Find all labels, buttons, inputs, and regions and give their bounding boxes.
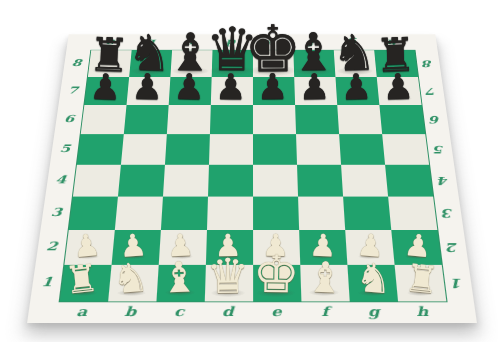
piece-white-knight-b1[interactable]: ♞ — [109, 258, 152, 301]
chess-set-photo: abcdefgh abcdefgh 87654321 87654321 ♜♞♝♛… — [0, 0, 498, 342]
piece-black-pawn-d7[interactable]: ♟ — [213, 68, 249, 104]
piece-black-pawn-f7[interactable]: ♟ — [297, 68, 333, 104]
piece-white-knight-g1[interactable]: ♞ — [352, 258, 395, 301]
piece-black-pawn-a7[interactable]: ♟ — [87, 68, 124, 105]
piece-white-bishop-f1[interactable]: ♝ — [303, 257, 347, 301]
piece-white-queen-d1[interactable]: ♛ — [203, 252, 252, 301]
piece-black-pawn-h7[interactable]: ♟ — [380, 68, 417, 105]
piece-black-pawn-c7[interactable]: ♟ — [171, 68, 207, 104]
piece-black-pawn-b7[interactable]: ♟ — [129, 68, 165, 104]
piece-black-pawn-g7[interactable]: ♟ — [338, 68, 374, 104]
piece-white-rook-a1[interactable]: ♜ — [61, 259, 102, 300]
piece-black-pawn-e7[interactable]: ♟ — [255, 68, 291, 104]
piece-white-bishop-c1[interactable]: ♝ — [157, 257, 201, 301]
piece-white-king-e1[interactable]: ♚ — [250, 249, 303, 302]
piece-white-rook-h1[interactable]: ♜ — [401, 259, 442, 300]
pieces-layer: ♜♞♝♛♚♝♞♜♟♟♟♟♟♟♟♟♟♟♟♟♟♟♟♟♜♞♝♛♚♝♞♜ — [0, 0, 498, 342]
